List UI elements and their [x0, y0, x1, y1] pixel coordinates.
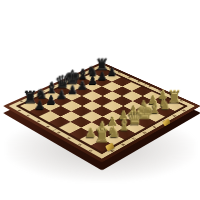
black-pawn: ♟ [31, 99, 49, 111]
chess-set-photo: ♜♞♝♛♚♝♞♜♟♟♟♟♟♟♟♟♟♟♟♟♟♟♟♟♜♞♝♛♚♝♞♜ AA88BB7… [0, 0, 200, 200]
white-rook: ♜ [92, 127, 112, 146]
